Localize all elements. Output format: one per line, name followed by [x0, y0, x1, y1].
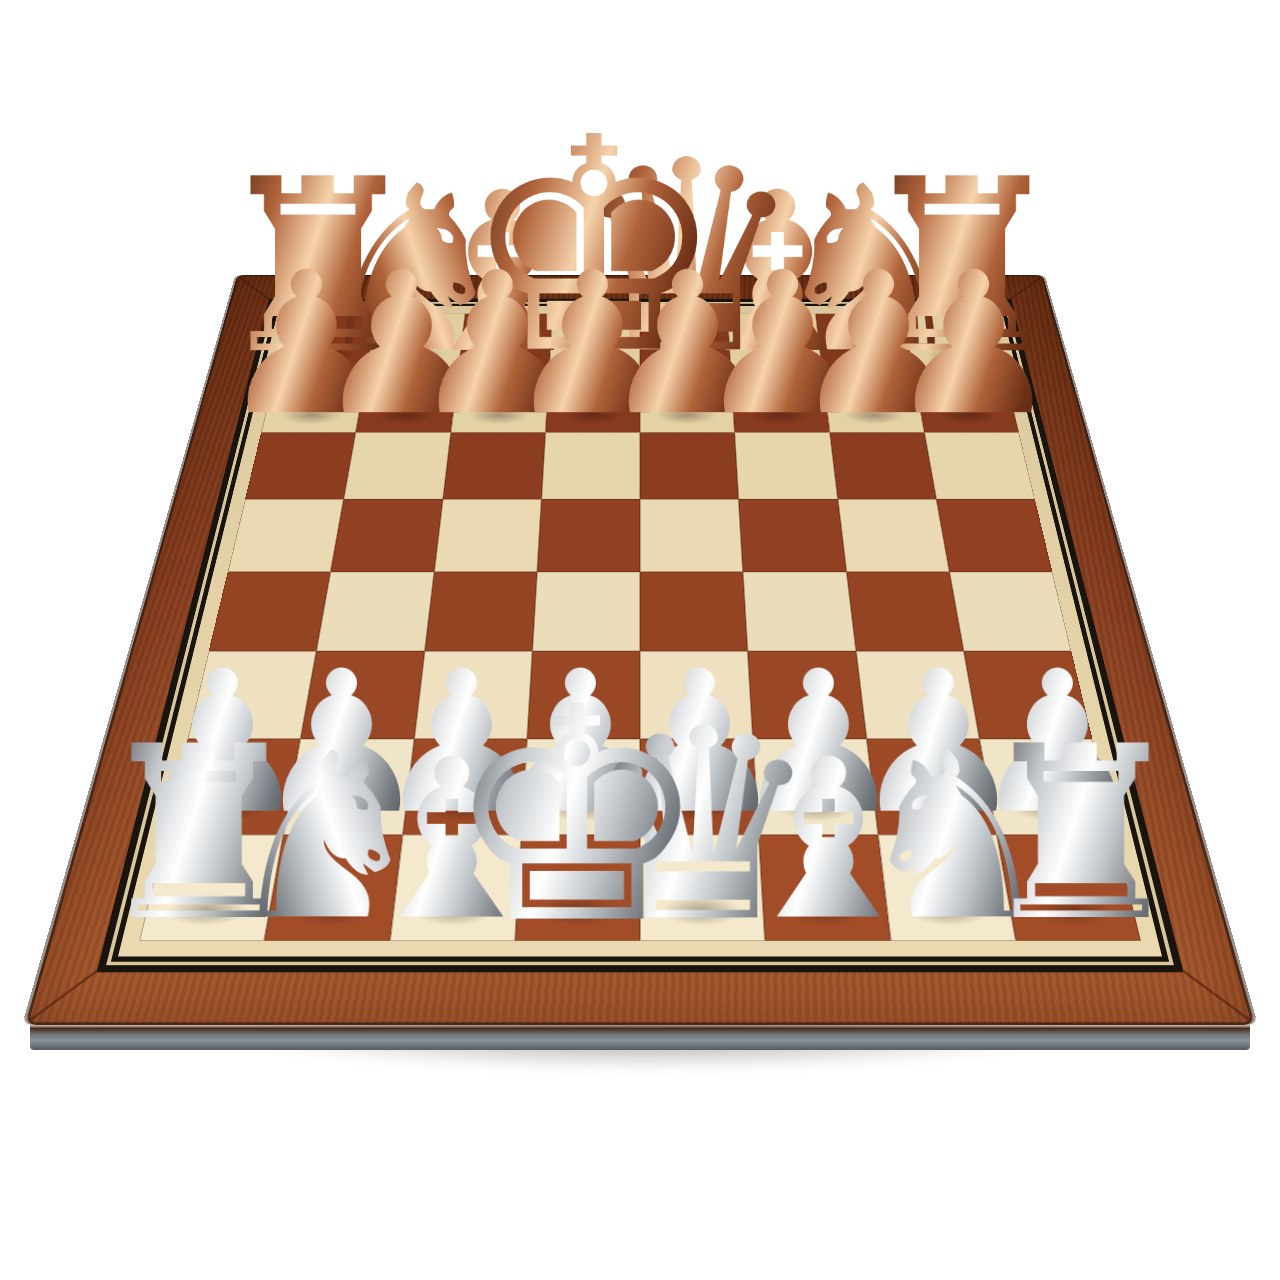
white-rook[interactable]: ♜: [92, 715, 307, 954]
square-b6[interactable]: [344, 432, 451, 499]
chessboard: ♜♞♝♚♛♝♞♜♟♟♟♟♟♟♟♟♟♟♟♟♟♟♟♟♜♞♝♚♛♝♞♜: [25, 275, 1255, 1025]
square-b5[interactable]: [331, 499, 443, 572]
square-f5[interactable]: [739, 499, 846, 572]
board-side-edge: [30, 1025, 1250, 1050]
square-e6[interactable]: [640, 432, 739, 499]
square-d6[interactable]: [541, 432, 640, 499]
white-king[interactable]: ♚: [444, 669, 709, 964]
square-h5[interactable]: [936, 499, 1052, 572]
square-g6[interactable]: [829, 432, 936, 499]
square-a5[interactable]: [228, 499, 344, 572]
square-c6[interactable]: [443, 432, 546, 499]
square-h6[interactable]: [924, 432, 1035, 499]
square-e5[interactable]: [640, 499, 743, 572]
square-d5[interactable]: [537, 499, 640, 572]
scene: ♜♞♝♚♛♝♞♜♟♟♟♟♟♟♟♟♟♟♟♟♟♟♟♟♜♞♝♚♛♝♞♜: [0, 0, 1280, 1280]
square-h1[interactable]: ♜: [996, 835, 1140, 941]
square-c5[interactable]: [434, 499, 541, 572]
black-pawn[interactable]: ♟: [886, 246, 1062, 442]
square-a6[interactable]: [245, 432, 356, 499]
board-squares: ♜♞♝♚♛♝♞♜♟♟♟♟♟♟♟♟♟♟♟♟♟♟♟♟♜♞♝♚♛♝♞♜: [139, 314, 1141, 941]
square-h7[interactable]: ♟: [913, 371, 1019, 433]
square-f6[interactable]: [735, 432, 838, 499]
product-photo: ♜♞♝♚♛♝♞♜♟♟♟♟♟♟♟♟♟♟♟♟♟♟♟♟♜♞♝♚♛♝♞♜: [0, 0, 1280, 1280]
square-d1[interactable]: ♚: [515, 835, 640, 941]
square-g5[interactable]: [837, 499, 949, 572]
square-a1[interactable]: ♜: [139, 835, 283, 941]
white-rook[interactable]: ♜: [974, 715, 1189, 954]
